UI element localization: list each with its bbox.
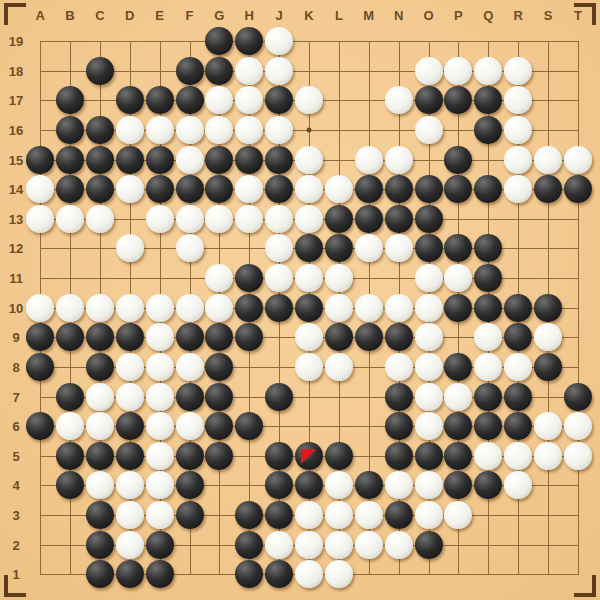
row-label: 18 [9,63,23,78]
row-label: 10 [9,300,23,315]
row-label: 9 [12,330,19,345]
white-stone-D7[interactable] [116,383,144,411]
white-stone-J16[interactable] [265,116,293,144]
white-stone-L10[interactable] [325,294,353,322]
column-label: Q [483,8,493,23]
black-stone-H19[interactable] [235,27,263,55]
white-stone-D14[interactable] [116,175,144,203]
white-stone-E8[interactable] [146,353,174,381]
black-stone-K12[interactable] [295,234,323,262]
black-stone-G15[interactable] [205,146,233,174]
black-stone-N13[interactable] [385,205,413,233]
white-stone-S15[interactable] [534,146,562,174]
row-label: 12 [9,241,23,256]
column-label: K [304,8,313,23]
white-stone-N4[interactable] [385,471,413,499]
column-label: T [574,8,582,23]
black-stone-K4[interactable] [295,471,323,499]
column-label: D [125,8,134,23]
white-stone-K8[interactable] [295,353,323,381]
black-stone-A9[interactable] [26,323,54,351]
black-stone-Q11[interactable] [474,264,502,292]
row-label: 19 [9,34,23,49]
black-stone-J14[interactable] [265,175,293,203]
black-stone-G8[interactable] [205,353,233,381]
black-stone-N6[interactable] [385,412,413,440]
black-stone-E15[interactable] [146,146,174,174]
white-stone-O11[interactable] [415,264,443,292]
black-stone-B17[interactable] [56,86,84,114]
black-stone-A15[interactable] [26,146,54,174]
white-stone-K17[interactable] [295,86,323,114]
white-stone-K15[interactable] [295,146,323,174]
black-stone-Q6[interactable] [474,412,502,440]
black-stone-N7[interactable] [385,383,413,411]
black-stone-P17[interactable] [444,86,472,114]
white-stone-T6[interactable] [564,412,592,440]
black-stone-F4[interactable] [176,471,204,499]
white-stone-K14[interactable] [295,175,323,203]
row-label: 11 [9,271,23,286]
white-stone-D2[interactable] [116,531,144,559]
black-stone-B4[interactable] [56,471,84,499]
white-stone-C6[interactable] [86,412,114,440]
black-stone-G7[interactable] [205,383,233,411]
row-label: 17 [9,93,23,108]
white-stone-F10[interactable] [176,294,204,322]
black-stone-A8[interactable] [26,353,54,381]
black-stone-D5[interactable] [116,442,144,470]
white-stone-M10[interactable] [355,294,383,322]
go-board[interactable]: ABCDEFGHJKLMNOPQRST 19181716151413121110… [0,0,600,600]
column-label: R [513,8,522,23]
white-stone-P11[interactable] [444,264,472,292]
white-stone-L3[interactable] [325,501,353,529]
black-stone-P4[interactable] [444,471,472,499]
white-stone-G10[interactable] [205,294,233,322]
white-stone-Q5[interactable] [474,442,502,470]
black-stone-O2[interactable] [415,531,443,559]
column-label: E [155,8,164,23]
white-stone-G17[interactable] [205,86,233,114]
white-stone-F8[interactable] [176,353,204,381]
white-stone-A13[interactable] [26,205,54,233]
black-stone-C18[interactable] [86,57,114,85]
white-stone-F12[interactable] [176,234,204,262]
white-stone-D8[interactable] [116,353,144,381]
black-stone-C8[interactable] [86,353,114,381]
black-stone-N9[interactable] [385,323,413,351]
white-stone-S6[interactable] [534,412,562,440]
white-stone-F6[interactable] [176,412,204,440]
black-stone-F18[interactable] [176,57,204,85]
black-stone-F17[interactable] [176,86,204,114]
black-stone-H9[interactable] [235,323,263,351]
black-stone-R9[interactable] [504,323,532,351]
white-stone-J2[interactable] [265,531,293,559]
white-stone-J18[interactable] [265,57,293,85]
black-stone-H1[interactable] [235,560,263,588]
black-stone-H2[interactable] [235,531,263,559]
black-stone-R7[interactable] [504,383,532,411]
white-stone-E3[interactable] [146,501,174,529]
white-stone-O10[interactable] [415,294,443,322]
star-point [307,127,312,132]
white-stone-O3[interactable] [415,501,443,529]
white-stone-R16[interactable] [504,116,532,144]
white-stone-R4[interactable] [504,471,532,499]
white-stone-O4[interactable] [415,471,443,499]
black-stone-N3[interactable] [385,501,413,529]
row-label: 6 [12,419,19,434]
black-stone-K5[interactable] [295,442,323,470]
black-stone-O5[interactable] [415,442,443,470]
white-stone-Q8[interactable] [474,353,502,381]
black-stone-P5[interactable] [444,442,472,470]
white-stone-N8[interactable] [385,353,413,381]
row-label: 2 [12,537,19,552]
black-stone-G18[interactable] [205,57,233,85]
white-stone-G13[interactable] [205,205,233,233]
black-stone-N5[interactable] [385,442,413,470]
white-stone-Q9[interactable] [474,323,502,351]
black-stone-D9[interactable] [116,323,144,351]
black-stone-G19[interactable] [205,27,233,55]
white-stone-P7[interactable] [444,383,472,411]
white-stone-R17[interactable] [504,86,532,114]
black-stone-L12[interactable] [325,234,353,262]
white-stone-L8[interactable] [325,353,353,381]
white-stone-M2[interactable] [355,531,383,559]
black-stone-C1[interactable] [86,560,114,588]
row-label: 8 [12,359,19,374]
white-stone-N2[interactable] [385,531,413,559]
white-stone-K1[interactable] [295,560,323,588]
black-stone-P8[interactable] [444,353,472,381]
white-stone-N17[interactable] [385,86,413,114]
black-stone-J15[interactable] [265,146,293,174]
white-stone-G16[interactable] [205,116,233,144]
column-label: F [186,8,194,23]
black-stone-O17[interactable] [415,86,443,114]
black-stone-K10[interactable] [295,294,323,322]
black-stone-S8[interactable] [534,353,562,381]
black-stone-Q10[interactable] [474,294,502,322]
white-stone-Q18[interactable] [474,57,502,85]
black-stone-J1[interactable] [265,560,293,588]
column-label: B [65,8,74,23]
row-label: 7 [12,389,19,404]
black-stone-Q16[interactable] [474,116,502,144]
white-stone-D12[interactable] [116,234,144,262]
black-stone-J3[interactable] [265,501,293,529]
white-stone-N12[interactable] [385,234,413,262]
black-stone-O13[interactable] [415,205,443,233]
black-stone-J17[interactable] [265,86,293,114]
row-label: 13 [9,211,23,226]
black-stone-D17[interactable] [116,86,144,114]
white-stone-O7[interactable] [415,383,443,411]
column-label: C [95,8,104,23]
black-stone-H3[interactable] [235,501,263,529]
row-label: 3 [12,508,19,523]
white-stone-P18[interactable] [444,57,472,85]
white-stone-D3[interactable] [116,501,144,529]
black-stone-P6[interactable] [444,412,472,440]
row-label: 5 [12,448,19,463]
black-stone-C5[interactable] [86,442,114,470]
white-stone-F15[interactable] [176,146,204,174]
white-stone-P3[interactable] [444,501,472,529]
black-stone-F7[interactable] [176,383,204,411]
black-stone-G6[interactable] [205,412,233,440]
black-stone-H10[interactable] [235,294,263,322]
black-stone-D15[interactable] [116,146,144,174]
white-stone-R5[interactable] [504,442,532,470]
black-stone-O12[interactable] [415,234,443,262]
black-stone-G5[interactable] [205,442,233,470]
white-stone-R14[interactable] [504,175,532,203]
white-stone-E4[interactable] [146,471,174,499]
black-stone-O14[interactable] [415,175,443,203]
row-label: 4 [12,478,19,493]
white-stone-L11[interactable] [325,264,353,292]
white-stone-K9[interactable] [295,323,323,351]
column-label: A [35,8,44,23]
white-stone-H16[interactable] [235,116,263,144]
white-stone-O18[interactable] [415,57,443,85]
black-stone-M9[interactable] [355,323,383,351]
black-stone-C3[interactable] [86,501,114,529]
white-stone-L14[interactable] [325,175,353,203]
black-stone-Q17[interactable] [474,86,502,114]
black-stone-C2[interactable] [86,531,114,559]
black-stone-J10[interactable] [265,294,293,322]
black-stone-P12[interactable] [444,234,472,262]
white-stone-B6[interactable] [56,412,84,440]
black-stone-H11[interactable] [235,264,263,292]
black-stone-T7[interactable] [564,383,592,411]
black-stone-Q7[interactable] [474,383,502,411]
white-stone-K13[interactable] [295,205,323,233]
black-stone-C15[interactable] [86,146,114,174]
black-stone-D6[interactable] [116,412,144,440]
white-stone-M3[interactable] [355,501,383,529]
corner-ornament-icon [4,3,26,25]
white-stone-L4[interactable] [325,471,353,499]
white-stone-M12[interactable] [355,234,383,262]
white-stone-H14[interactable] [235,175,263,203]
black-stone-P10[interactable] [444,294,472,322]
white-stone-H17[interactable] [235,86,263,114]
black-stone-P14[interactable] [444,175,472,203]
white-stone-O9[interactable] [415,323,443,351]
black-stone-S10[interactable] [534,294,562,322]
black-stone-C14[interactable] [86,175,114,203]
white-stone-H18[interactable] [235,57,263,85]
black-stone-Q4[interactable] [474,471,502,499]
black-stone-E2[interactable] [146,531,174,559]
white-stone-O6[interactable] [415,412,443,440]
white-stone-C7[interactable] [86,383,114,411]
black-stone-R10[interactable] [504,294,532,322]
white-stone-C13[interactable] [86,205,114,233]
black-stone-J4[interactable] [265,471,293,499]
black-stone-H15[interactable] [235,146,263,174]
white-stone-H13[interactable] [235,205,263,233]
black-stone-P15[interactable] [444,146,472,174]
black-stone-J7[interactable] [265,383,293,411]
white-stone-S5[interactable] [534,442,562,470]
black-stone-B9[interactable] [56,323,84,351]
column-label: M [363,8,374,23]
white-stone-L1[interactable] [325,560,353,588]
black-stone-B7[interactable] [56,383,84,411]
white-stone-F16[interactable] [176,116,204,144]
column-label: P [454,8,463,23]
column-label: N [394,8,403,23]
white-stone-J19[interactable] [265,27,293,55]
black-stone-J5[interactable] [265,442,293,470]
black-stone-L13[interactable] [325,205,353,233]
black-stone-B5[interactable] [56,442,84,470]
white-stone-K11[interactable] [295,264,323,292]
black-stone-Q14[interactable] [474,175,502,203]
grid-line [578,41,579,575]
white-stone-E13[interactable] [146,205,174,233]
white-stone-M15[interactable] [355,146,383,174]
column-label: S [544,8,553,23]
white-stone-D10[interactable] [116,294,144,322]
white-stone-R8[interactable] [504,353,532,381]
white-stone-T5[interactable] [564,442,592,470]
black-stone-E1[interactable] [146,560,174,588]
black-stone-T14[interactable] [564,175,592,203]
black-stone-A6[interactable] [26,412,54,440]
black-stone-M14[interactable] [355,175,383,203]
black-stone-S14[interactable] [534,175,562,203]
black-stone-E14[interactable] [146,175,174,203]
white-stone-C4[interactable] [86,471,114,499]
black-stone-B15[interactable] [56,146,84,174]
white-stone-E9[interactable] [146,323,174,351]
white-stone-F13[interactable] [176,205,204,233]
white-stone-R18[interactable] [504,57,532,85]
black-stone-F5[interactable] [176,442,204,470]
white-stone-K2[interactable] [295,531,323,559]
white-stone-K3[interactable] [295,501,323,529]
black-stone-N14[interactable] [385,175,413,203]
black-stone-G14[interactable] [205,175,233,203]
white-stone-D4[interactable] [116,471,144,499]
white-stone-C10[interactable] [86,294,114,322]
black-stone-F14[interactable] [176,175,204,203]
white-stone-R15[interactable] [504,146,532,174]
black-stone-D1[interactable] [116,560,144,588]
white-stone-B13[interactable] [56,205,84,233]
white-stone-N10[interactable] [385,294,413,322]
white-stone-O16[interactable] [415,116,443,144]
row-label: 1 [12,567,19,582]
white-stone-O8[interactable] [415,353,443,381]
white-stone-E7[interactable] [146,383,174,411]
black-stone-M13[interactable] [355,205,383,233]
white-stone-A14[interactable] [26,175,54,203]
white-stone-J11[interactable] [265,264,293,292]
white-stone-G11[interactable] [205,264,233,292]
black-stone-E17[interactable] [146,86,174,114]
white-stone-A10[interactable] [26,294,54,322]
white-stone-D16[interactable] [116,116,144,144]
black-stone-B14[interactable] [56,175,84,203]
white-stone-E6[interactable] [146,412,174,440]
black-stone-F3[interactable] [176,501,204,529]
corner-ornament-icon [574,575,596,597]
black-stone-Q12[interactable] [474,234,502,262]
last-move-marker-icon [301,449,316,464]
black-stone-C16[interactable] [86,116,114,144]
black-stone-H6[interactable] [235,412,263,440]
column-label: L [335,8,343,23]
black-stone-B16[interactable] [56,116,84,144]
black-stone-R6[interactable] [504,412,532,440]
row-label: 14 [9,182,23,197]
row-label: 15 [9,152,23,167]
black-stone-G9[interactable] [205,323,233,351]
white-stone-N15[interactable] [385,146,413,174]
white-stone-E5[interactable] [146,442,174,470]
black-stone-F9[interactable] [176,323,204,351]
black-stone-L5[interactable] [325,442,353,470]
row-label: 16 [9,122,23,137]
white-stone-E16[interactable] [146,116,174,144]
black-stone-C9[interactable] [86,323,114,351]
white-stone-L2[interactable] [325,531,353,559]
column-label: H [245,8,254,23]
black-stone-M4[interactable] [355,471,383,499]
column-label: O [423,8,433,23]
white-stone-T15[interactable] [564,146,592,174]
white-stone-J12[interactable] [265,234,293,262]
white-stone-S9[interactable] [534,323,562,351]
white-stone-J13[interactable] [265,205,293,233]
white-stone-B10[interactable] [56,294,84,322]
white-stone-E10[interactable] [146,294,174,322]
column-label: J [276,8,283,23]
black-stone-L9[interactable] [325,323,353,351]
column-label: G [214,8,224,23]
